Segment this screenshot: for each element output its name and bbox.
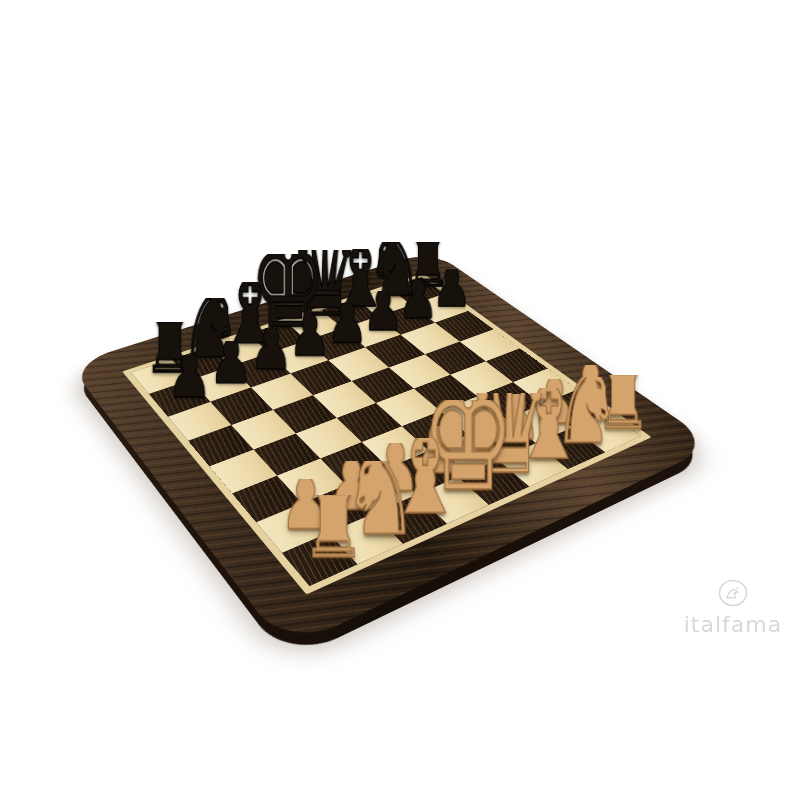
pawn-glyph: ♟ (209, 321, 253, 395)
pawn-glyph: ♟ (288, 296, 331, 367)
pawn-glyph: ♟ (249, 308, 292, 380)
italfama-logo-icon (716, 578, 750, 610)
black-pawn-piece: ♟ (207, 341, 255, 394)
rook-glyph: ♜ (301, 464, 367, 575)
photo-canvas: ♜♞♝♚♛♝♞♜♟♟♟♟♟♟♟♟♟♟♟♟♟♟♟♟♜♞♝♚♛♝♞♜ italfam… (0, 0, 800, 800)
white-rook-piece: ♜ (298, 495, 370, 575)
board-border: ♜♞♝♚♛♝♞♜♟♟♟♟♟♟♟♟♟♟♟♟♟♟♟♟♜♞♝♚♛♝♞♜ (69, 250, 715, 649)
pawn-glyph: ♟ (167, 334, 212, 409)
watermark-text: italfama (668, 612, 798, 637)
chess-board: ♜♞♝♚♛♝♞♜♟♟♟♟♟♟♟♟♟♟♟♟♟♟♟♟♜♞♝♚♛♝♞♜ (69, 250, 715, 649)
board-grid: ♜♞♝♚♛♝♞♜♟♟♟♟♟♟♟♟♟♟♟♟♟♟♟♟♜♞♝♚♛♝♞♜ (131, 277, 641, 586)
black-pawn-piece: ♟ (165, 355, 214, 409)
board-scene: ♜♞♝♚♛♝♞♜♟♟♟♟♟♟♟♟♟♟♟♟♟♟♟♟♜♞♝♚♛♝♞♜ (143, 170, 609, 636)
watermark: italfama (668, 578, 798, 637)
